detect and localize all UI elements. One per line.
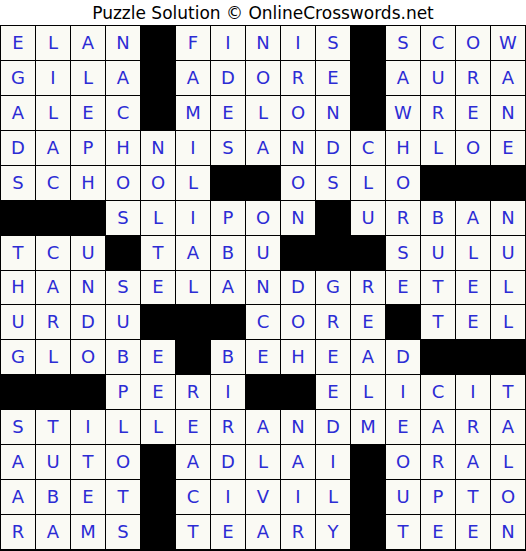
cell-r11c6: R: [176, 375, 210, 409]
cell-r3c13: R: [421, 96, 455, 130]
cell-r8c3: N: [71, 271, 105, 305]
cell-r2c2: I: [36, 61, 70, 95]
cell-r10c10: E: [316, 340, 350, 374]
cell-r8c10: G: [316, 271, 350, 305]
cell-r14c10: L: [316, 480, 350, 514]
cell-r9c13: T: [421, 305, 455, 339]
cell-r14c5: [141, 480, 175, 514]
cell-r13c5: [141, 445, 175, 479]
cell-r4c1: D: [1, 131, 35, 165]
cell-r3c8: L: [246, 96, 280, 130]
cell-r10c8: E: [246, 340, 280, 374]
cell-r1c5: [141, 26, 175, 60]
cell-r7c9: [281, 236, 315, 270]
cell-r8c9: D: [281, 271, 315, 305]
cell-r11c1: [1, 375, 35, 409]
cell-r12c1: S: [1, 410, 35, 444]
cell-r15c11: [351, 515, 385, 549]
cell-r11c10: E: [316, 375, 350, 409]
cell-r3c3: E: [71, 96, 105, 130]
cell-r2c11: [351, 61, 385, 95]
cell-r4c7: S: [211, 131, 245, 165]
cell-r14c4: T: [106, 480, 140, 514]
cell-r10c15: [491, 340, 525, 374]
cell-r7c4: [106, 236, 140, 270]
cell-r13c15: L: [491, 445, 525, 479]
cell-r11c5: E: [141, 375, 175, 409]
cell-r13c6: A: [176, 445, 210, 479]
cell-r2c13: U: [421, 61, 455, 95]
cell-r7c12: S: [386, 236, 420, 270]
cell-r14c7: I: [211, 480, 245, 514]
cell-r7c6: A: [176, 236, 210, 270]
cell-r10c9: H: [281, 340, 315, 374]
cell-r7c10: [316, 236, 350, 270]
cell-r4c15: E: [491, 131, 525, 165]
cell-r5c4: O: [106, 166, 140, 200]
cell-r15c13: E: [421, 515, 455, 549]
cell-r4c3: P: [71, 131, 105, 165]
cell-r10c13: [421, 340, 455, 374]
cell-r4c6: I: [176, 131, 210, 165]
cell-r14c1: A: [1, 480, 35, 514]
cell-r15c9: R: [281, 515, 315, 549]
cell-r2c1: G: [1, 61, 35, 95]
cell-r8c5: E: [141, 271, 175, 305]
cell-r1c10: S: [316, 26, 350, 60]
cell-r2c8: O: [246, 61, 280, 95]
cell-r14c12: U: [386, 480, 420, 514]
cell-r3c12: W: [386, 96, 420, 130]
cell-r1c6: F: [176, 26, 210, 60]
cell-r10c12: D: [386, 340, 420, 374]
cell-r12c11: M: [351, 410, 385, 444]
cell-r12c8: A: [246, 410, 280, 444]
cell-r3c9: O: [281, 96, 315, 130]
cell-r8c2: A: [36, 271, 70, 305]
cell-r3c6: M: [176, 96, 210, 130]
cell-r14c14: T: [456, 480, 490, 514]
cell-r13c4: O: [106, 445, 140, 479]
crossword-grid: ELANFINISSCOWGILAADOREAURAALECMELONWREND…: [0, 25, 526, 551]
cell-r10c1: G: [1, 340, 35, 374]
cell-r4c11: C: [351, 131, 385, 165]
cell-r10c4: B: [106, 340, 140, 374]
cell-r13c12: O: [386, 445, 420, 479]
cell-r3c14: E: [456, 96, 490, 130]
cell-r13c3: T: [71, 445, 105, 479]
cell-r12c10: D: [316, 410, 350, 444]
cell-r2c10: E: [316, 61, 350, 95]
cell-r12c6: E: [176, 410, 210, 444]
cell-r1c9: I: [281, 26, 315, 60]
cell-r2c7: D: [211, 61, 245, 95]
cell-r8c15: L: [491, 271, 525, 305]
cell-r11c2: [36, 375, 70, 409]
cell-r5c3: H: [71, 166, 105, 200]
cell-r14c8: V: [246, 480, 280, 514]
cell-r15c6: T: [176, 515, 210, 549]
cell-r7c11: [351, 236, 385, 270]
cell-r13c13: R: [421, 445, 455, 479]
cell-r1c14: O: [456, 26, 490, 60]
cell-r13c1: A: [1, 445, 35, 479]
cell-r2c15: A: [491, 61, 525, 95]
cell-r6c15: N: [491, 201, 525, 235]
cell-r6c12: R: [386, 201, 420, 235]
cell-r12c4: L: [106, 410, 140, 444]
cell-r7c15: U: [491, 236, 525, 270]
cell-r3c4: C: [106, 96, 140, 130]
cell-r5c9: O: [281, 166, 315, 200]
cell-r6c11: U: [351, 201, 385, 235]
cell-r9c8: C: [246, 305, 280, 339]
cell-r2c12: A: [386, 61, 420, 95]
cell-r5c8: [246, 166, 280, 200]
cell-r8c13: T: [421, 271, 455, 305]
cell-r6c8: O: [246, 201, 280, 235]
cell-r1c3: A: [71, 26, 105, 60]
cell-r13c8: L: [246, 445, 280, 479]
cell-r11c11: L: [351, 375, 385, 409]
cell-r11c14: I: [456, 375, 490, 409]
cell-r2c3: L: [71, 61, 105, 95]
cell-r1c12: S: [386, 26, 420, 60]
cell-r1c4: N: [106, 26, 140, 60]
cell-r15c14: E: [456, 515, 490, 549]
cell-r11c13: C: [421, 375, 455, 409]
cell-r5c13: [421, 166, 455, 200]
cell-r3c10: N: [316, 96, 350, 130]
cell-r14c11: [351, 480, 385, 514]
cell-r15c7: E: [211, 515, 245, 549]
cell-r2c5: [141, 61, 175, 95]
cell-r3c11: [351, 96, 385, 130]
cell-r2c14: R: [456, 61, 490, 95]
cell-r6c14: A: [456, 201, 490, 235]
cell-r10c5: E: [141, 340, 175, 374]
cell-r1c15: W: [491, 26, 525, 60]
cell-r4c13: L: [421, 131, 455, 165]
cell-r1c1: E: [1, 26, 35, 60]
cell-r5c15: [491, 166, 525, 200]
cell-r2c9: R: [281, 61, 315, 95]
cell-r15c4: S: [106, 515, 140, 549]
cell-r11c8: [246, 375, 280, 409]
cell-r6c3: [71, 201, 105, 235]
cell-r7c14: L: [456, 236, 490, 270]
cell-r1c8: N: [246, 26, 280, 60]
cell-r12c15: A: [491, 410, 525, 444]
cell-r3c2: L: [36, 96, 70, 130]
cell-r10c14: [456, 340, 490, 374]
cell-r10c6: [176, 340, 210, 374]
cell-r3c15: N: [491, 96, 525, 130]
page-title: Puzzle Solution © OnlineCrosswords.net: [0, 0, 526, 25]
cell-r15c2: A: [36, 515, 70, 549]
cell-r15c3: M: [71, 515, 105, 549]
cell-r5c11: L: [351, 166, 385, 200]
cell-r9c5: [141, 305, 175, 339]
cell-r11c4: P: [106, 375, 140, 409]
cell-r12c12: E: [386, 410, 420, 444]
cell-r15c12: T: [386, 515, 420, 549]
cell-r3c1: A: [1, 96, 35, 130]
cell-r7c8: U: [246, 236, 280, 270]
puzzle-solution-page: Puzzle Solution © OnlineCrosswords.net E…: [0, 0, 526, 551]
cell-r15c5: [141, 515, 175, 549]
cell-r3c7: E: [211, 96, 245, 130]
cell-r8c8: N: [246, 271, 280, 305]
cell-r9c11: E: [351, 305, 385, 339]
cell-r14c13: P: [421, 480, 455, 514]
cell-r1c2: L: [36, 26, 70, 60]
cell-r14c6: C: [176, 480, 210, 514]
cell-r11c12: I: [386, 375, 420, 409]
cell-r9c1: U: [1, 305, 35, 339]
cell-r9c9: O: [281, 305, 315, 339]
cell-r9c6: [176, 305, 210, 339]
cell-r7c1: T: [1, 236, 35, 270]
cell-r8c4: S: [106, 271, 140, 305]
cell-r8c1: H: [1, 271, 35, 305]
cell-r5c14: [456, 166, 490, 200]
cell-r7c7: B: [211, 236, 245, 270]
cell-r11c3: [71, 375, 105, 409]
cell-r15c15: N: [491, 515, 525, 549]
cell-r7c5: T: [141, 236, 175, 270]
cell-r12c9: N: [281, 410, 315, 444]
cell-r8c14: E: [456, 271, 490, 305]
cell-r5c5: O: [141, 166, 175, 200]
cell-r5c7: [211, 166, 245, 200]
cell-r9c7: [211, 305, 245, 339]
cell-r5c12: O: [386, 166, 420, 200]
cell-r6c1: [1, 201, 35, 235]
cell-r2c6: A: [176, 61, 210, 95]
cell-r9c14: E: [456, 305, 490, 339]
cell-r13c10: I: [316, 445, 350, 479]
cell-r6c5: L: [141, 201, 175, 235]
cell-r12c3: I: [71, 410, 105, 444]
cell-r13c11: [351, 445, 385, 479]
cell-r13c14: A: [456, 445, 490, 479]
cell-r13c7: D: [211, 445, 245, 479]
cell-r4c9: N: [281, 131, 315, 165]
cell-r4c5: N: [141, 131, 175, 165]
cell-r9c15: L: [491, 305, 525, 339]
cell-r10c2: L: [36, 340, 70, 374]
cell-r15c8: A: [246, 515, 280, 549]
cell-r5c2: C: [36, 166, 70, 200]
cell-r10c11: A: [351, 340, 385, 374]
cell-r4c10: D: [316, 131, 350, 165]
cell-r15c10: Y: [316, 515, 350, 549]
cell-r10c3: O: [71, 340, 105, 374]
cell-r8c11: R: [351, 271, 385, 305]
cell-r8c6: L: [176, 271, 210, 305]
cell-r4c12: H: [386, 131, 420, 165]
cell-r12c2: T: [36, 410, 70, 444]
cell-r6c13: B: [421, 201, 455, 235]
cell-r6c2: [36, 201, 70, 235]
cell-r11c9: [281, 375, 315, 409]
cell-r12c14: R: [456, 410, 490, 444]
cell-r5c10: S: [316, 166, 350, 200]
cell-r8c7: A: [211, 271, 245, 305]
cell-r5c1: S: [1, 166, 35, 200]
cell-r7c13: U: [421, 236, 455, 270]
cell-r9c2: R: [36, 305, 70, 339]
cell-r12c7: R: [211, 410, 245, 444]
cell-r9c12: [386, 305, 420, 339]
cell-r6c4: S: [106, 201, 140, 235]
cell-r4c2: A: [36, 131, 70, 165]
cell-r8c12: E: [386, 271, 420, 305]
cell-r14c15: O: [491, 480, 525, 514]
cell-r12c5: L: [141, 410, 175, 444]
cell-r6c6: I: [176, 201, 210, 235]
cell-r9c3: D: [71, 305, 105, 339]
cell-r12c13: A: [421, 410, 455, 444]
cell-r11c7: I: [211, 375, 245, 409]
cell-r15c1: R: [1, 515, 35, 549]
cell-r4c8: A: [246, 131, 280, 165]
cell-r6c7: P: [211, 201, 245, 235]
cell-r6c9: N: [281, 201, 315, 235]
cell-r1c7: I: [211, 26, 245, 60]
cell-r5c6: L: [176, 166, 210, 200]
cell-r3c5: [141, 96, 175, 130]
cell-r14c9: I: [281, 480, 315, 514]
cell-r9c10: R: [316, 305, 350, 339]
cell-r1c11: [351, 26, 385, 60]
cell-r4c4: H: [106, 131, 140, 165]
cell-r6c10: [316, 201, 350, 235]
cell-r10c7: B: [211, 340, 245, 374]
cell-r2c4: A: [106, 61, 140, 95]
cell-r13c9: A: [281, 445, 315, 479]
cell-r7c2: C: [36, 236, 70, 270]
cell-r11c15: T: [491, 375, 525, 409]
cell-r14c2: B: [36, 480, 70, 514]
cell-r14c3: E: [71, 480, 105, 514]
cell-r1c13: C: [421, 26, 455, 60]
cell-r7c3: U: [71, 236, 105, 270]
cell-r9c4: U: [106, 305, 140, 339]
cell-r4c14: O: [456, 131, 490, 165]
cell-r13c2: U: [36, 445, 70, 479]
